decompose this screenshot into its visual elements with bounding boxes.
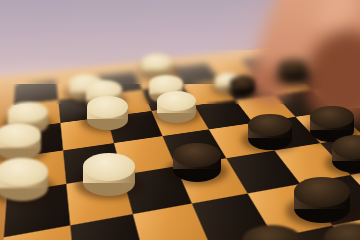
piece-top-face [278,59,308,75]
checker-piece-white[interactable] [0,123,41,160]
checker-piece-dark[interactable] [230,76,255,97]
piece-top-face [324,223,360,240]
checker-piece-white[interactable] [157,91,196,123]
piece-top-face [87,96,128,117]
checkers-photo-scene [0,0,360,240]
checker-piece-white[interactable] [87,96,128,130]
piece-top-face [157,91,196,111]
checker-piece-dark[interactable] [242,225,302,240]
checker-piece-white[interactable] [83,153,135,196]
piece-top-face [294,177,350,206]
checker-piece-dark[interactable] [248,114,292,150]
piece-top-face [248,114,292,137]
piece-top-face [83,153,135,180]
piece-top-face [310,106,354,129]
checker-piece-dark[interactable] [324,223,360,240]
checker-piece-dark[interactable] [294,177,350,223]
piece-top-face [242,225,302,240]
checker-piece-dark[interactable] [332,135,360,173]
checker-piece-white[interactable] [0,158,48,201]
piece-top-face [0,123,41,146]
checker-piece-dark[interactable] [278,59,308,84]
piece-top-face [142,54,172,70]
piece-top-face [230,76,255,89]
checker-piece-dark[interactable] [173,143,221,182]
piece-top-face [0,158,48,185]
